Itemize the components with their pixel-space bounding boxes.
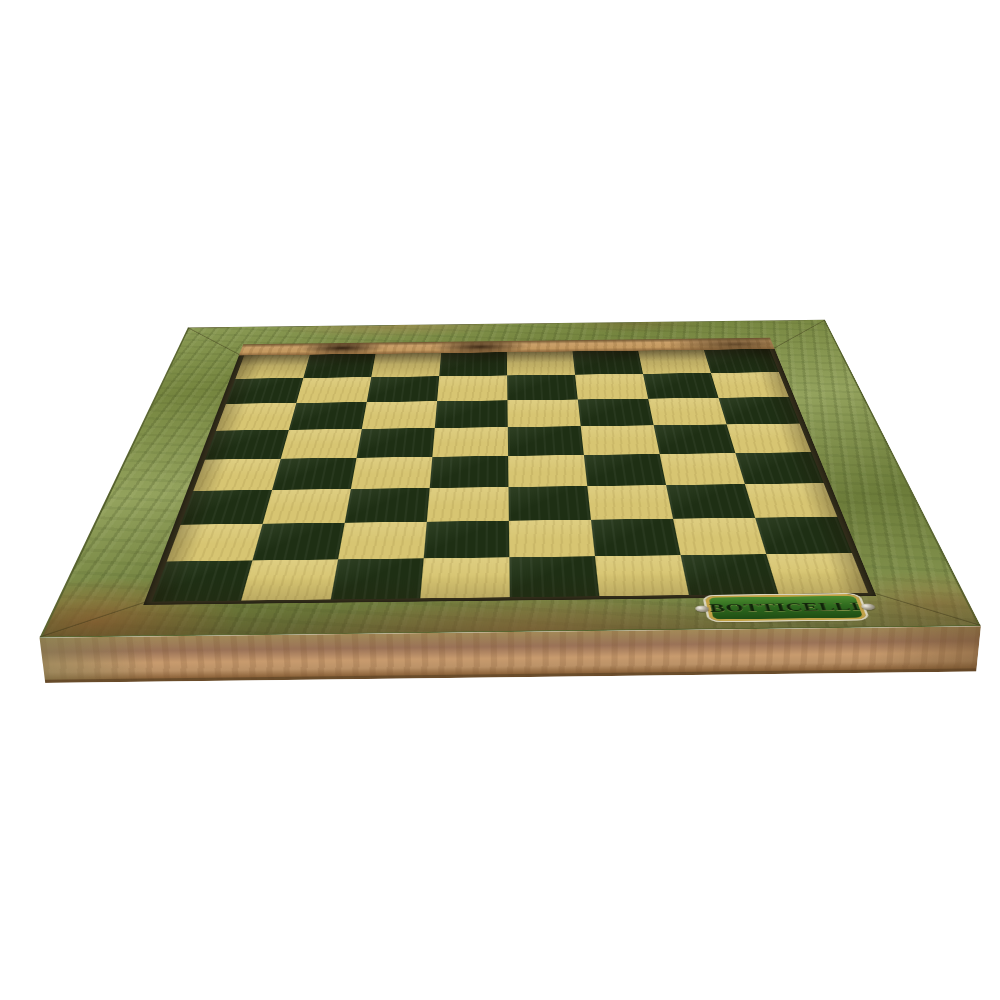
square-d8	[439, 352, 507, 376]
square-b1	[241, 559, 338, 600]
square-b8	[303, 354, 375, 378]
square-c4	[351, 457, 432, 489]
square-h4	[735, 452, 823, 484]
chessboard: BOTTICELLI	[40, 320, 981, 638]
square-h2	[755, 517, 852, 554]
square-d5	[432, 427, 508, 457]
square-a5	[205, 430, 289, 460]
square-b7	[296, 377, 371, 403]
square-h7	[711, 372, 789, 398]
square-c1	[331, 558, 424, 599]
perspective-wrapper: BOTTICELLI	[0, 0, 1000, 1000]
square-f5	[581, 425, 660, 455]
square-f7	[575, 374, 648, 400]
square-a1	[152, 560, 253, 601]
square-e7	[507, 375, 578, 401]
square-d1	[420, 557, 510, 598]
square-b6	[289, 402, 367, 430]
chessboard-grid	[152, 349, 868, 602]
camera-tilt-wrapper: BOTTICELLI	[0, 0, 1000, 1000]
square-f4	[584, 454, 666, 486]
product-photo-canvas: BOTTICELLI	[0, 0, 1000, 1000]
square-h6	[718, 397, 799, 425]
board-recess	[143, 338, 876, 605]
square-e4	[508, 455, 587, 487]
square-c8	[371, 353, 441, 377]
square-d7	[437, 375, 507, 401]
square-g5	[654, 424, 736, 454]
square-h8	[704, 349, 779, 373]
square-h1	[766, 553, 868, 594]
square-g6	[648, 398, 726, 426]
square-a4	[193, 459, 281, 491]
square-b5	[281, 429, 362, 459]
square-a6	[216, 403, 296, 431]
square-g2	[673, 518, 766, 556]
square-d6	[435, 400, 508, 428]
square-g7	[643, 373, 719, 399]
square-e8	[507, 351, 575, 375]
square-e5	[508, 426, 584, 456]
square-g8	[638, 350, 711, 374]
square-b4	[272, 458, 356, 490]
square-e6	[507, 399, 580, 427]
square-c5	[357, 428, 435, 458]
square-c6	[362, 401, 437, 429]
square-g1	[681, 554, 779, 595]
square-g4	[660, 453, 745, 485]
square-c7	[367, 376, 439, 402]
square-d4	[430, 456, 509, 488]
square-d2	[424, 521, 510, 559]
square-f1	[595, 555, 689, 596]
square-e1	[509, 556, 599, 597]
square-a8	[235, 355, 309, 379]
square-a7	[226, 378, 303, 404]
square-f6	[578, 399, 654, 427]
square-f8	[572, 351, 642, 375]
square-h5	[727, 424, 812, 454]
